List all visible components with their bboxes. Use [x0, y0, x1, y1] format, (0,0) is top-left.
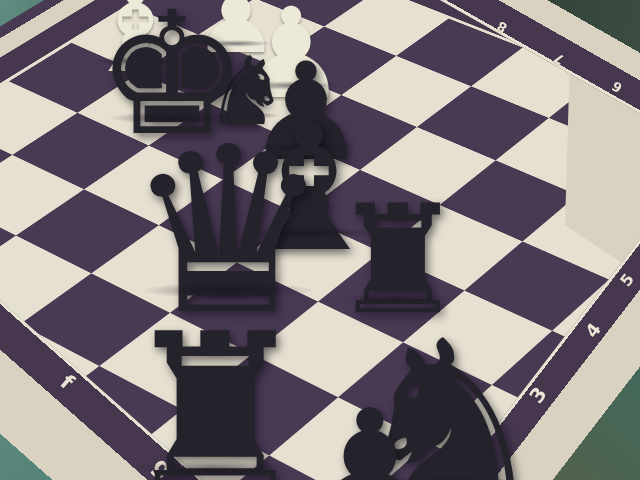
piece-black-rook-g4[interactable]: ♜: [323, 185, 473, 305]
piece-shadow: [133, 460, 296, 475]
piece-black-queen-d3[interactable]: ♛: [113, 117, 343, 301]
piece-black-pawn-g2[interactable]: ♟: [285, 387, 455, 480]
black-pawn-glyph: ♟: [285, 387, 455, 480]
photo-scene: fg2345678 ♝♟♟♞♚♟♝♛♜♜♞♟: [0, 0, 640, 480]
